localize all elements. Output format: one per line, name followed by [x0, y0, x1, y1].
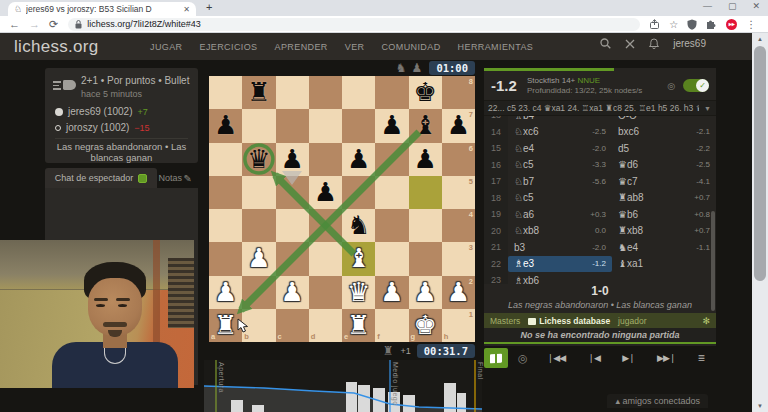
square-b5[interactable] — [242, 176, 275, 209]
hive-extension-icon[interactable]: ▸▸ — [726, 19, 737, 30]
window-maximize-button[interactable]: ▢ — [728, 1, 737, 11]
bookmark-star-icon[interactable]: ☆ — [669, 19, 678, 30]
square-a5[interactable] — [209, 176, 242, 209]
square-c4[interactable] — [276, 209, 309, 242]
move-number: 15 — [484, 140, 508, 157]
move-row-17: 17♘b7-5.6♛c7-4.1 — [484, 173, 716, 190]
toggle-knob: ✓ — [696, 79, 709, 92]
square-e7[interactable] — [342, 109, 375, 142]
move-san: ♗b4 — [514, 116, 534, 121]
divider — [55, 138, 188, 139]
material-advantage: +1 — [400, 346, 410, 356]
square-b6[interactable]: ♛ — [242, 143, 275, 176]
engine-info: Stockfish 14+ NNUE Profundidad: 13/22, 2… — [527, 76, 667, 96]
square-b8[interactable]: ♜ — [242, 76, 275, 109]
square-c8[interactable] — [276, 76, 309, 109]
explorer-gear-icon[interactable]: ✻ — [702, 316, 710, 326]
opening-explorer-tabs: MastersLichess databasejugador✻ — [484, 313, 716, 328]
piece-black-pawn[interactable]: ♟ — [309, 176, 342, 209]
black-color-icon — [55, 125, 61, 131]
move-row-14: 14♘xc6-2.5bxc6-2.1 — [484, 124, 716, 141]
window-close-button[interactable]: ✕ — [752, 1, 760, 11]
engine-depth: Profundidad: 13/22, 25k nodes/s — [527, 86, 667, 96]
move-16-white[interactable]: ♘c5-3.3 — [508, 157, 612, 174]
square-d4[interactable] — [309, 209, 342, 242]
square-e4[interactable]: ♞ — [342, 209, 375, 242]
nav-item-herramientas[interactable]: HERRAMIENTAS — [458, 42, 534, 52]
main-nav: JUGAREJERCICIOSAPRENDERVERCOMUNIDADHERRA… — [150, 42, 533, 52]
piece-white-queen[interactable]: ♛ — [342, 276, 375, 309]
tab-notes[interactable]: Notas — [157, 173, 184, 183]
square-c2[interactable]: ♟ — [276, 276, 309, 309]
game-time-ago: hace 5 minutos — [81, 89, 142, 99]
move-eval: +0.8 — [694, 210, 710, 219]
analysis-controls: ◎ ❘◀◀ ❘◀ ▶❘ ▶▶❘ ≡ — [484, 348, 716, 368]
captured-by-black: ♞ ♟ — [396, 61, 424, 75]
database-book-icon — [528, 318, 536, 325]
move-row-16: 16♘c5-3.3♛d6-2.5 — [484, 157, 716, 174]
move-row-18: 18♘c5♜ab8+0.7 — [484, 190, 716, 207]
piece-black-pawn[interactable]: ♟ — [375, 109, 408, 142]
move-san: ♘a6 — [514, 209, 534, 220]
move-eval: +0.7 — [694, 226, 710, 235]
browser-scrollbar[interactable]: ▲ ▼ — [752, 33, 768, 412]
move-number: 23 — [484, 272, 508, 284]
lock-icon — [75, 20, 82, 29]
game-meta-panel: 2+1 • Por puntos • Bullet hace 5 minutos… — [45, 68, 198, 163]
scroll-down-icon[interactable]: ▼ — [752, 400, 768, 412]
move-san: O-O — [618, 116, 637, 121]
square-g8[interactable]: ♚ — [409, 76, 442, 109]
move-eval: +0.7 — [694, 193, 710, 202]
move-row-15: 15♘e4-2.0d5-2.2 — [484, 140, 716, 157]
move-san: ♘c5 — [514, 159, 534, 170]
piece-white-bishop[interactable]: ♝ — [342, 242, 375, 275]
move-san: d5 — [618, 143, 629, 154]
square-f3[interactable] — [375, 242, 408, 275]
move-13-white[interactable]: ♗b4 — [508, 116, 612, 124]
square-g6[interactable]: ♟ — [409, 143, 442, 176]
game-result-text: Las negras abandonaron • Las blancas gan… — [49, 142, 194, 163]
tab-title: jeres69 vs joroszy: B53 Sicilian D — [26, 4, 179, 14]
move-number: 21 — [484, 239, 508, 256]
square-c5[interactable] — [276, 176, 309, 209]
jump-last-button[interactable]: ▶▶❘ — [657, 353, 675, 363]
shield-extension-icon[interactable] — [687, 19, 697, 30]
square-d7[interactable] — [309, 109, 342, 142]
white-color-icon — [55, 108, 63, 116]
explorer-book-button[interactable] — [484, 348, 508, 368]
engine-line[interactable]: 22... c5 23. c4 ♛xa1 24. ♖xa1 ♜c8 25. ♖e… — [484, 100, 716, 116]
chart-phase-medio-juego: Medio juego — [392, 362, 399, 406]
move-eval: -1.2 — [592, 259, 606, 268]
move-22-black[interactable]: ♝xa1 — [612, 256, 716, 273]
square-c1[interactable]: c — [276, 309, 309, 342]
move-19-white[interactable]: ♘a6+0.3 — [508, 206, 612, 223]
engine-toggle[interactable]: ✓ — [683, 79, 709, 92]
piece-black-bishop[interactable]: ♝ — [409, 109, 442, 142]
square-g3[interactable] — [409, 242, 442, 275]
square-a8[interactable] — [209, 76, 242, 109]
nav-item-comunidad[interactable]: COMUNIDAD — [381, 42, 440, 52]
chart-phase-apertura: Apertura — [218, 362, 225, 393]
square-e2[interactable]: ♛ — [342, 276, 375, 309]
search-icon[interactable] — [600, 38, 611, 49]
piece-black-king[interactable]: ♚ — [409, 76, 442, 109]
move-14-white[interactable]: ♘xc6-2.5 — [508, 124, 612, 141]
move-san: b3 — [514, 242, 525, 253]
engine-settings-icon[interactable]: ◎ — [667, 81, 675, 91]
webcam-video — [0, 240, 194, 388]
explorer-tab-masters[interactable]: Masters — [490, 316, 520, 326]
move-23-black[interactable] — [612, 272, 716, 284]
move-san: ♘c5 — [514, 192, 534, 203]
piece-white-pawn[interactable]: ♟ — [276, 276, 309, 309]
square-h6[interactable]: 6 — [442, 143, 475, 176]
move-eval: -1.1 — [696, 243, 710, 252]
nav-item-jugar[interactable]: JUGAR — [150, 42, 183, 52]
clock-white: 00:31.7 — [417, 344, 475, 358]
coord-rank-6: 6 — [469, 144, 473, 153]
move-eval: 0.0 — [595, 226, 606, 235]
result-score: 1-0 — [484, 284, 716, 298]
jump-next-button[interactable]: ▶❘ — [622, 353, 634, 363]
square-c6[interactable]: ♟ — [276, 143, 309, 176]
favicon-knight-icon: ♘ — [14, 5, 22, 14]
analysis-menu-icon[interactable]: ≡ — [698, 351, 705, 365]
move-21-black[interactable]: ♞e4-1.1 — [612, 239, 716, 256]
square-e3[interactable]: ♝ — [342, 242, 375, 275]
move-17-black[interactable]: ♛c7-4.1 — [612, 173, 716, 190]
square-b7[interactable] — [242, 109, 275, 142]
move-san: ♘e4 — [514, 143, 534, 154]
clock-black: 01:00 — [429, 61, 475, 75]
square-e5[interactable] — [342, 176, 375, 209]
square-g5[interactable] — [409, 176, 442, 209]
square-f2[interactable]: ♟ — [375, 276, 408, 309]
move-number: 14 — [484, 124, 508, 141]
square-h7[interactable]: ♟7 — [442, 109, 475, 142]
move-eval: -2.0 — [592, 243, 606, 252]
piece-black-queen[interactable]: ♛ — [242, 143, 275, 176]
move-eval: -5.6 — [592, 177, 606, 186]
move-san: ♘xb8 — [514, 225, 539, 236]
move-eval: -2.5 — [696, 160, 710, 169]
move-16-black[interactable]: ♛d6-2.5 — [612, 157, 716, 174]
coord-rank-1: 1 — [469, 310, 473, 319]
move-row-13: 13♗b4O-O — [484, 116, 716, 124]
player-black[interactable]: joroszy (1002) −15 — [55, 122, 150, 133]
coord-rank-3: 3 — [469, 243, 473, 252]
move-san: ♞e4 — [618, 242, 638, 253]
captured-by-white: ♜ — [383, 344, 395, 358]
scrollbar-thumb[interactable] — [754, 46, 766, 281]
explorer-tab-lichess-database[interactable]: Lichess database — [528, 316, 610, 326]
square-g2[interactable]: ♟ — [409, 276, 442, 309]
square-h8[interactable]: 8 — [442, 76, 475, 109]
square-b4[interactable] — [242, 209, 275, 242]
jump-first-button[interactable]: ❘◀◀ — [547, 353, 565, 363]
browser-menu-icon[interactable]: ⋮ — [746, 19, 756, 30]
chart-phase-final: Final — [477, 362, 484, 380]
eval-score: -1.2 — [491, 77, 527, 94]
book-icon — [490, 353, 502, 363]
square-a4[interactable] — [209, 209, 242, 242]
square-a2[interactable]: ♟ — [209, 276, 242, 309]
square-a3[interactable] — [209, 242, 242, 275]
nav-item-ejercicios[interactable]: EJERCICIOS — [200, 42, 258, 52]
practice-target-icon[interactable]: ◎ — [518, 352, 528, 365]
coord-file-c: c — [278, 332, 282, 341]
move-eval: -4.1 — [696, 177, 710, 186]
move-eval: -2.0 — [592, 144, 606, 153]
square-g7[interactable]: ♝ — [409, 109, 442, 142]
square-d5[interactable]: ♟ — [309, 176, 342, 209]
square-f8[interactable] — [375, 76, 408, 109]
coord-file-h: h — [444, 332, 449, 341]
webcam-blinds — [168, 258, 194, 328]
square-b1[interactable]: b — [242, 309, 275, 342]
move-19-black[interactable]: ♛b6+0.8 — [612, 206, 716, 223]
url-text: lichess.org/7liI2t8Z/white#43 — [87, 19, 201, 29]
browser-tab[interactable]: ♘ jeres69 vs joroszy: B53 Sicilian D ✕ — [8, 2, 196, 16]
square-f1[interactable]: f — [375, 309, 408, 342]
move-eval: -2.2 — [696, 144, 710, 153]
scroll-up-icon[interactable]: ▲ — [752, 33, 768, 45]
tab-spectator-chat[interactable]: Chat de espectador — [45, 168, 157, 188]
jump-prev-button[interactable]: ❘◀ — [587, 353, 599, 363]
chat-toggle[interactable] — [138, 174, 147, 183]
move-san: ♛d6 — [618, 159, 638, 170]
move-13-black[interactable]: O-O — [612, 116, 716, 124]
chess-board[interactable]: ♜♚8♟♟♝♟7♛♟♟♟6♟5♞4♟♝3♟♟♛♟♟♟2♜abcd♜ef♚gh1 — [209, 76, 475, 342]
move-row-22: 22♗e3-1.2♝xa1 — [484, 256, 716, 273]
move-number: 17 — [484, 173, 508, 190]
square-h5[interactable]: 5 — [442, 176, 475, 209]
quill-icon: ✎ — [184, 173, 192, 184]
move-17-white[interactable]: ♘b7-5.6 — [508, 173, 612, 190]
coord-rank-4: 4 — [469, 210, 473, 219]
site-header: lichess.org JUGAREJERCICIOSAPRENDERVERCO… — [0, 33, 752, 60]
move-san: ♛b6 — [618, 209, 638, 220]
move-18-black[interactable]: ♜ab8+0.7 — [612, 190, 716, 207]
square-a1[interactable]: ♜a — [209, 309, 242, 342]
move-san: ♜ab8 — [618, 192, 644, 203]
piece-black-pawn[interactable]: ♟ — [276, 143, 309, 176]
tab-close-icon[interactable]: ✕ — [183, 5, 190, 14]
square-b3[interactable]: ♟ — [242, 242, 275, 275]
rating-diff-white: +7 — [137, 107, 147, 117]
coord-rank-5: 5 — [469, 177, 473, 186]
nav-item-ver[interactable]: VER — [345, 42, 365, 52]
piece-white-pawn[interactable]: ♟ — [209, 276, 242, 309]
square-e1[interactable]: ♜e — [342, 309, 375, 342]
square-b2[interactable] — [242, 276, 275, 309]
square-g4[interactable] — [409, 209, 442, 242]
analysis-chart: AperturaMedio juegoFinal — [204, 360, 482, 412]
browser-address-bar: ← → ⟳ lichess.org/7liI2t8Z/white#43 ☆ ▸▸… — [0, 16, 768, 33]
square-d1[interactable]: d — [309, 309, 342, 342]
piece-black-pawn[interactable]: ♟ — [409, 143, 442, 176]
move-21-white[interactable]: b3-2.0 — [508, 239, 612, 256]
square-f5[interactable] — [375, 176, 408, 209]
move-18-white[interactable]: ♘c5 — [508, 190, 612, 207]
move-number: 18 — [484, 190, 508, 207]
bullet-icon — [53, 77, 77, 93]
move-number: 16 — [484, 157, 508, 174]
challenges-x-icon[interactable] — [625, 39, 635, 49]
square-d2[interactable] — [309, 276, 342, 309]
analysis-panel: -1.2 Stockfish 14+ NNUE Profundidad: 13/… — [484, 68, 716, 346]
move-number: 13 — [484, 116, 508, 124]
square-c7[interactable] — [276, 109, 309, 142]
move-eval: -2.1 — [696, 127, 710, 136]
move-san: ♜xb8 — [618, 225, 643, 236]
coord-rank-2: 2 — [469, 277, 473, 286]
move-row-20: 20♘xb80.0♜xb8+0.7 — [484, 223, 716, 240]
lichess-logo[interactable]: lichess.org — [14, 37, 99, 57]
square-g1[interactable]: ♚g — [409, 309, 442, 342]
line-expand-icon[interactable]: ▼ — [699, 105, 716, 112]
piece-black-pawn[interactable]: ♟ — [342, 143, 375, 176]
puzzle-extension-icon[interactable] — [706, 19, 717, 30]
url-field[interactable]: lichess.org/7liI2t8Z/white#43 — [68, 18, 640, 31]
piece-black-knight[interactable]: ♞ — [342, 209, 375, 242]
move-20-white[interactable]: ♘xb80.0 — [508, 223, 612, 240]
forward-icon[interactable]: → — [29, 18, 40, 30]
explorer-empty-message: No se ha encontrado ninguna partida — [484, 328, 716, 344]
username[interactable]: jeres69 — [673, 38, 706, 49]
square-c3[interactable] — [276, 242, 309, 275]
move-san: ♘b7 — [514, 176, 534, 187]
friends-online[interactable]: ▴ amigos conectados — [607, 394, 708, 408]
piece-white-pawn[interactable]: ♟ — [375, 276, 408, 309]
move-eval: -2.5 — [592, 127, 606, 136]
back-icon[interactable]: ← — [9, 18, 20, 30]
square-e6[interactable]: ♟ — [342, 143, 375, 176]
coord-file-d: d — [311, 332, 316, 341]
time-control: 2+1 • Por puntos • Bullet — [81, 75, 189, 86]
coord-file-e: e — [344, 332, 348, 341]
piece-white-pawn[interactable]: ♟ — [409, 276, 442, 309]
notifications-bell-icon[interactable] — [649, 38, 659, 49]
square-a7[interactable]: ♟ — [209, 109, 242, 142]
share-icon[interactable] — [649, 19, 660, 30]
window-minimize-button[interactable]: — — [703, 1, 712, 11]
square-d3[interactable] — [309, 242, 342, 275]
move-row-19: 19♘a6+0.3♛b6+0.8 — [484, 206, 716, 223]
move-22-white[interactable]: ♗e3-1.2 — [508, 256, 612, 273]
move-15-black[interactable]: d5-2.2 — [612, 140, 716, 157]
move-number: 20 — [484, 223, 508, 240]
square-h4[interactable]: 4 — [442, 209, 475, 242]
move-list: 13♗b4O-O14♘xc6-2.5bxc6-2.115♘e4-2.0d5-2.… — [484, 116, 716, 284]
move-number: 19 — [484, 206, 508, 223]
square-f4[interactable] — [375, 209, 408, 242]
square-h3[interactable]: 3 — [442, 242, 475, 275]
square-d6[interactable] — [309, 143, 342, 176]
move-san: bxc6 — [618, 126, 639, 137]
move-14-black[interactable]: bxc6-2.1 — [612, 124, 716, 141]
move-eval: -3.3 — [592, 160, 606, 169]
move-20-black[interactable]: ♜xb8+0.7 — [612, 223, 716, 240]
square-e8[interactable] — [342, 76, 375, 109]
new-tab-button[interactable]: + — [206, 1, 212, 13]
piece-black-pawn[interactable]: ♟ — [209, 109, 242, 142]
move-number: 22 — [484, 256, 508, 273]
coord-file-a: a — [211, 332, 215, 341]
move-23-white[interactable]: ♗xb6 — [508, 272, 612, 284]
square-h2[interactable]: ♟2 — [442, 276, 475, 309]
rating-diff-black: −15 — [134, 123, 149, 133]
move-san: ♝xa1 — [618, 258, 643, 269]
piece-white-pawn[interactable]: ♟ — [242, 242, 275, 275]
coord-file-b: b — [244, 332, 249, 341]
player-white[interactable]: jeres69 (1002) +7 — [55, 106, 148, 117]
move-san: ♘xc6 — [514, 126, 539, 137]
piece-black-rook[interactable]: ♜ — [242, 76, 275, 109]
square-h1[interactable]: h1 — [442, 309, 475, 342]
move-15-white[interactable]: ♘e4-2.0 — [508, 140, 612, 157]
coord-rank-8: 8 — [469, 77, 473, 86]
browser-tab-strip: ♘ jeres69 vs joroszy: B53 Sicilian D ✕ +… — [0, 0, 768, 16]
coord-file-g: g — [411, 332, 416, 341]
square-f6[interactable] — [375, 143, 408, 176]
move-san: ♛c7 — [618, 176, 638, 187]
reload-icon[interactable]: ⟳ — [49, 18, 58, 31]
explorer-tab-jugador[interactable]: jugador — [618, 316, 646, 326]
nav-item-aprender[interactable]: APRENDER — [275, 42, 328, 52]
move-eval: +0.3 — [590, 210, 606, 219]
move-san: ♗e3 — [514, 258, 534, 269]
square-f7[interactable]: ♟ — [375, 109, 408, 142]
coord-rank-7: 7 — [469, 110, 473, 119]
move-row-21: 21b3-2.0♞e4-1.1 — [484, 239, 716, 256]
move-row-23: 23♗xb6 — [484, 272, 716, 284]
square-d8[interactable] — [309, 76, 342, 109]
square-a6[interactable] — [209, 143, 242, 176]
result-description: Las negras abandonaron • Las blancas gan… — [484, 300, 716, 310]
coord-file-f: f — [377, 332, 380, 341]
move-san: ♗xb6 — [514, 275, 539, 284]
